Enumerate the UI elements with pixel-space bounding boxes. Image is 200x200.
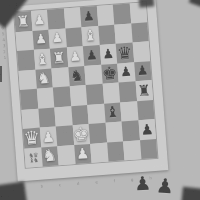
square-h7[interactable] [131, 22, 149, 43]
photo-corner-shadow-bottom-right [181, 187, 200, 200]
square-a7[interactable] [16, 30, 34, 51]
bottom-coordinate-letter: e [95, 179, 98, 184]
square-c5[interactable] [51, 67, 69, 88]
piece-bP-h2[interactable]: ♟ [138, 116, 156, 140]
square-b4[interactable] [36, 88, 54, 109]
board-logo: ♞♛♝♞ [24, 147, 42, 168]
square-f8[interactable] [96, 5, 114, 26]
square-c4[interactable] [53, 86, 71, 107]
square-h4[interactable]: ♜ [135, 80, 153, 101]
board-grid: ♜♟♟♟♟♝♝♜♟♟♟♛♞♞♚♟♟♜♝♛♟♚♟♞♛♝♞♞♟ [14, 2, 157, 167]
square-a5[interactable] [18, 69, 36, 90]
square-f1[interactable] [107, 141, 125, 162]
piece-bR-h4[interactable]: ♜ [135, 77, 153, 101]
piece-bP-e6[interactable]: ♟ [83, 42, 101, 66]
square-d1[interactable]: ♟ [74, 143, 92, 164]
piece-bP-g5[interactable]: ♟ [117, 59, 135, 83]
square-g5[interactable]: ♟ [117, 62, 135, 83]
square-a8[interactable]: ♜ [14, 11, 32, 32]
square-c3[interactable] [54, 106, 72, 127]
square-g8[interactable] [113, 4, 131, 25]
piece-bN-d5[interactable]: ♞ [68, 63, 86, 87]
square-e5[interactable] [84, 64, 102, 85]
square-f3[interactable]: ♝ [104, 102, 122, 123]
piece-bB-f3[interactable]: ♝ [103, 99, 121, 123]
photo-of-chess-board: 87654321 ♜♟♟♟♟♝♝♜♟♟♟♛♞♞♚♟♟♜♝♛♟♚♟♞♛♝♞♞♟ a… [0, 0, 200, 200]
square-a2[interactable]: ♛ [23, 128, 41, 149]
square-e1[interactable] [90, 142, 108, 163]
piece-bK-f5[interactable]: ♚ [101, 60, 119, 84]
square-e4[interactable] [86, 84, 104, 105]
piece-wQ-a2[interactable]: ♛ [23, 125, 41, 149]
square-g4[interactable] [119, 81, 137, 102]
square-g3[interactable] [120, 101, 138, 122]
square-c1[interactable] [57, 145, 75, 166]
photo-shadow-top-edge [139, 0, 155, 8]
piece-wR-c6[interactable]: ♜ [50, 44, 68, 68]
bottom-border-coordinates: abcdefgh [22, 175, 152, 190]
square-f5[interactable]: ♚ [101, 63, 119, 84]
square-h1[interactable] [139, 138, 157, 159]
square-a4[interactable] [20, 89, 38, 110]
bottom-coordinate-letter: d [77, 181, 80, 186]
piece-wP-d1[interactable]: ♟ [73, 140, 91, 164]
bottom-coordinate-letter: c [59, 182, 62, 187]
captured-piece-bP-0[interactable]: ♟ [133, 172, 151, 195]
square-a6[interactable] [17, 50, 35, 71]
square-g1[interactable] [123, 140, 141, 161]
bottom-coordinate-letter: f [113, 178, 115, 183]
square-e3[interactable] [87, 103, 105, 124]
square-a1[interactable]: ♞♛♝♞ [24, 147, 42, 168]
photo-scratch-left-edge [0, 66, 2, 82]
square-d8[interactable] [63, 7, 81, 28]
photo-corner-shadow-bottom-left [0, 181, 28, 200]
piece-wN-b1[interactable]: ♞ [41, 143, 59, 167]
square-d5[interactable]: ♞ [68, 66, 86, 87]
chess-board: 87654321 ♜♟♟♟♟♝♝♜♟♟♟♛♞♞♚♟♟♜♝♛♟♚♟♞♛♝♞♞♟ a… [5, 0, 169, 181]
square-c6[interactable]: ♜ [50, 47, 68, 68]
board-frame: ♜♟♟♟♟♝♝♜♟♟♟♛♞♞♚♟♟♜♝♛♟♚♟♞♛♝♞♞♟ [13, 1, 158, 169]
captured-piece-bP-1[interactable]: ♟ [155, 173, 175, 198]
piece-wN-b5[interactable]: ♞ [35, 65, 53, 89]
square-g2[interactable] [122, 120, 140, 141]
square-d4[interactable] [69, 85, 87, 106]
square-b5[interactable]: ♞ [35, 68, 53, 89]
square-b1[interactable]: ♞ [41, 146, 59, 167]
square-f2[interactable] [105, 121, 123, 142]
photo-corner-shadow-top-right [189, 0, 200, 7]
square-e6[interactable]: ♟ [83, 45, 101, 66]
bottom-coordinate-letter: b [40, 184, 43, 189]
square-e2[interactable] [89, 123, 107, 144]
square-h2[interactable]: ♟ [138, 119, 156, 140]
